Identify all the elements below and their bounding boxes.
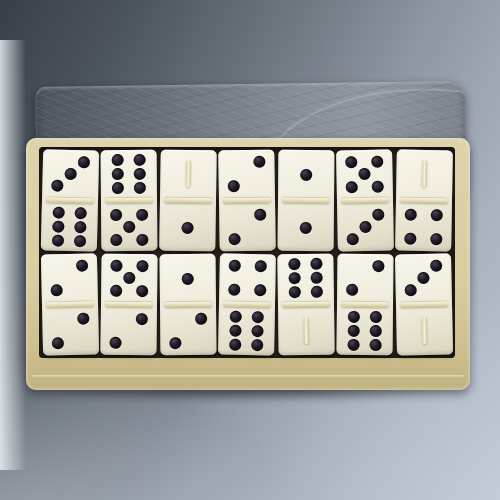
tile-bottom-half xyxy=(159,203,216,252)
domino-tile[interactable] xyxy=(41,253,99,355)
domino-box xyxy=(26,138,470,390)
blank-ridge xyxy=(186,160,191,188)
pip xyxy=(289,286,301,298)
pip xyxy=(110,337,122,349)
domino-tile[interactable] xyxy=(218,253,276,355)
domino-tile[interactable] xyxy=(101,150,158,251)
tile-bottom-half xyxy=(396,306,453,355)
pip xyxy=(300,169,312,181)
pip xyxy=(74,207,86,219)
pip xyxy=(112,154,124,166)
pip xyxy=(430,259,442,271)
pip xyxy=(229,234,241,246)
pip xyxy=(110,234,122,246)
backdrop-light-strip xyxy=(0,40,26,470)
pip xyxy=(310,257,322,269)
tile-bottom-half xyxy=(218,306,275,355)
domino-tile[interactable] xyxy=(395,150,453,252)
pip xyxy=(51,180,63,192)
pip xyxy=(53,206,65,218)
pip xyxy=(254,261,266,273)
pip xyxy=(369,325,381,337)
pip xyxy=(73,235,85,247)
pip xyxy=(431,210,443,222)
pip xyxy=(251,325,263,337)
tile-top-half xyxy=(278,150,334,198)
pip xyxy=(78,156,90,168)
tile-top-half xyxy=(101,254,158,303)
pip xyxy=(369,339,381,351)
pip xyxy=(182,273,194,285)
pip xyxy=(254,285,266,297)
pip xyxy=(53,221,65,233)
tile-top-half xyxy=(159,254,215,303)
pip xyxy=(77,313,89,325)
blank-ridge xyxy=(304,317,309,345)
pip xyxy=(358,168,370,180)
pip xyxy=(74,221,86,233)
pip xyxy=(229,260,241,272)
domino-tile[interactable] xyxy=(100,254,157,356)
domino-tile[interactable] xyxy=(336,149,394,251)
tile-top-half xyxy=(396,150,453,199)
domino-tile[interactable] xyxy=(159,254,216,356)
pip xyxy=(76,260,88,272)
pip xyxy=(405,209,417,221)
pip xyxy=(110,209,122,221)
pip xyxy=(230,310,242,322)
pip xyxy=(405,285,417,297)
photo-backdrop xyxy=(0,0,500,500)
tile-bottom-half xyxy=(42,306,99,355)
pip xyxy=(136,260,148,272)
pip xyxy=(253,156,265,168)
pip xyxy=(310,286,322,298)
pip xyxy=(133,153,145,165)
pip xyxy=(195,313,207,325)
pip xyxy=(181,222,193,234)
domino-tile[interactable] xyxy=(218,150,276,252)
tile-top-half xyxy=(337,254,393,303)
blank-ridge xyxy=(422,160,427,188)
domino-tile[interactable] xyxy=(277,254,334,356)
tile-bottom-half xyxy=(278,203,334,251)
pip xyxy=(359,221,371,233)
tile-top-half xyxy=(42,149,99,198)
pip xyxy=(251,311,263,323)
pip xyxy=(348,310,360,322)
tile-top-half xyxy=(101,150,157,198)
pip xyxy=(123,221,135,233)
pip xyxy=(136,314,148,326)
pip xyxy=(169,338,181,350)
pip xyxy=(51,285,63,297)
pip xyxy=(228,284,240,296)
tile-top-half xyxy=(218,150,275,199)
tile-bottom-half xyxy=(278,307,335,356)
pip xyxy=(372,261,384,273)
blank-ridge xyxy=(422,317,428,345)
pip xyxy=(345,156,357,168)
pip xyxy=(289,272,301,284)
pip xyxy=(133,182,145,194)
pip xyxy=(371,155,383,167)
pip xyxy=(254,209,266,221)
pip xyxy=(251,339,263,351)
tile-bottom-half xyxy=(336,307,392,356)
pip xyxy=(404,233,416,245)
tile-bottom-half xyxy=(395,203,452,252)
pip xyxy=(65,168,77,180)
tile-top-half xyxy=(277,254,334,303)
pip xyxy=(430,234,442,246)
tile-top-half xyxy=(160,150,217,199)
pip xyxy=(52,338,64,350)
domino-tile[interactable] xyxy=(41,149,99,251)
pip xyxy=(228,181,240,193)
tile-top-half xyxy=(41,253,98,302)
pip xyxy=(347,234,359,246)
tile-top-half xyxy=(336,149,393,198)
pip xyxy=(346,182,358,194)
tile-bottom-half xyxy=(337,202,394,251)
pip xyxy=(348,325,360,337)
domino-tile[interactable] xyxy=(395,253,453,355)
pip xyxy=(372,208,384,220)
pip xyxy=(346,284,358,296)
pip xyxy=(136,286,148,298)
box-interior xyxy=(39,147,455,358)
pip xyxy=(310,272,322,284)
pip xyxy=(136,208,148,220)
pip xyxy=(369,311,381,323)
pip xyxy=(110,285,122,297)
tile-bottom-half xyxy=(41,202,98,251)
pip xyxy=(417,272,429,284)
domino-tile[interactable] xyxy=(159,150,217,252)
pip xyxy=(136,234,148,246)
tile-bottom-half xyxy=(100,307,157,356)
pip xyxy=(112,182,124,194)
domino-tile[interactable] xyxy=(278,150,335,251)
pip xyxy=(123,272,135,284)
tile-top-half xyxy=(395,253,452,302)
pip xyxy=(111,259,123,271)
pip xyxy=(133,168,145,180)
pip xyxy=(348,339,360,351)
pip xyxy=(229,339,241,351)
domino-tile[interactable] xyxy=(336,254,393,356)
tile-bottom-half xyxy=(219,203,276,252)
pip xyxy=(112,168,124,180)
tile-top-half xyxy=(219,253,276,302)
pip xyxy=(52,235,64,247)
pip xyxy=(372,181,384,193)
domino-grid xyxy=(42,150,452,355)
pip xyxy=(300,222,312,234)
pip xyxy=(230,325,242,337)
tile-bottom-half xyxy=(101,203,157,251)
tile-bottom-half xyxy=(160,307,216,356)
pip xyxy=(289,258,301,270)
